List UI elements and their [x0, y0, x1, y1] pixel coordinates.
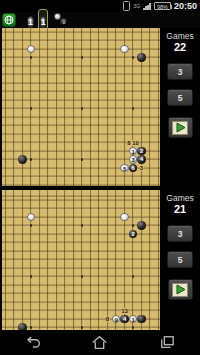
white-stone-Q4: 3: [129, 155, 137, 163]
white-stone-P3: 5: [120, 164, 128, 172]
clock: 20:50: [174, 0, 197, 12]
signal-strength-icon: [143, 2, 151, 10]
tab-1-badge: 1: [27, 16, 34, 28]
black-stone-R5: 2: [137, 147, 145, 155]
games-count: 21: [174, 203, 186, 216]
game-2-section: 2941138 Games 21 3 5: [0, 190, 200, 330]
black-stone-R16: [137, 53, 145, 61]
play-icon: [172, 283, 188, 297]
hoshi-dot: [30, 326, 32, 328]
black-stone-C4: [18, 155, 26, 163]
tab-bar: 1 1 0: [0, 12, 200, 28]
white-stone-Q5: 1: [129, 315, 137, 323]
vibrate-icon: [123, 1, 130, 11]
hoshi-dot: [30, 107, 32, 109]
play-icon: [172, 121, 188, 135]
globe-icon: [4, 15, 14, 25]
hoshi-dot: [81, 326, 83, 328]
home-icon: [91, 335, 108, 350]
go-board-1[interactable]: 1234568 103: [2, 28, 160, 186]
recents-icon: [159, 335, 175, 350]
hoshi-dot: [81, 275, 83, 277]
game-2-panel: Games 21 3 5: [160, 190, 200, 330]
black-stone-Q15: 2: [129, 230, 137, 238]
stones-counter-icon: 0: [53, 13, 69, 27]
hoshi-dot: [132, 326, 134, 328]
game-1-panel: Games 22 3 5: [160, 28, 200, 186]
board1-button-5[interactable]: 5: [167, 89, 193, 106]
battery-icon: 98%: [154, 2, 171, 10]
white-stone-D17: [27, 45, 35, 53]
move-label-R3: 3: [139, 165, 143, 171]
black-stone-P5: 4: [120, 315, 128, 323]
hoshi-dot: [81, 158, 83, 160]
game-1-section: 1234568 103 Games 22 3 5: [0, 28, 200, 186]
move-label-P6: 13: [121, 308, 129, 314]
white-stone-O5: 9: [112, 315, 120, 323]
hoshi-dot: [30, 158, 32, 160]
black-stone-R4: 4: [137, 155, 145, 163]
board2-button-3[interactable]: 3: [167, 225, 193, 242]
move-label-Q6: 8 10: [127, 140, 140, 146]
board1-play-button[interactable]: [168, 117, 193, 138]
tab-board-1[interactable]: 1: [27, 11, 34, 29]
hoshi-dot: [30, 275, 32, 277]
black-stone-R5: [137, 315, 145, 323]
board2-play-button[interactable]: [168, 279, 193, 300]
black-stone-Q3: 6: [129, 164, 137, 172]
back-icon: [24, 336, 42, 349]
white-stone-Q5: 1: [129, 147, 137, 155]
go-board-2[interactable]: 2941138: [2, 190, 160, 330]
android-nav-bar: [0, 330, 200, 355]
hoshi-dot: [132, 275, 134, 277]
hoshi-dot: [132, 107, 134, 109]
home-button[interactable]: [85, 333, 115, 353]
hoshi-dot: [81, 224, 83, 226]
app-globe-icon[interactable]: [2, 13, 16, 27]
app-screen: 3G 98% 20:50 1 1 0 1234568 103 Games 22: [0, 0, 200, 355]
games-count: 22: [174, 41, 186, 54]
black-stone-mini-icon: 0: [60, 18, 68, 26]
black-stone-C4: [18, 323, 26, 330]
board1-button-3[interactable]: 3: [167, 63, 193, 80]
black-stone-R16: [137, 221, 145, 229]
tab-2-badge: 1: [40, 16, 47, 28]
board2-button-5[interactable]: 5: [167, 251, 193, 268]
recent-apps-button[interactable]: [152, 333, 182, 353]
back-button[interactable]: [18, 333, 48, 353]
move-label-N5: 8: [105, 316, 109, 322]
hoshi-dot: [30, 224, 32, 226]
network-icon: 3G: [133, 3, 140, 9]
white-stone-P17: [120, 213, 128, 221]
white-stone-D17: [27, 213, 35, 221]
hoshi-dot: [81, 56, 83, 58]
white-stone-P17: [120, 45, 128, 53]
hoshi-dot: [132, 56, 134, 58]
games-label: Games: [166, 31, 193, 41]
hoshi-dot: [30, 56, 32, 58]
hoshi-dot: [132, 224, 134, 226]
hoshi-dot: [81, 107, 83, 109]
games-label: Games: [166, 193, 193, 203]
